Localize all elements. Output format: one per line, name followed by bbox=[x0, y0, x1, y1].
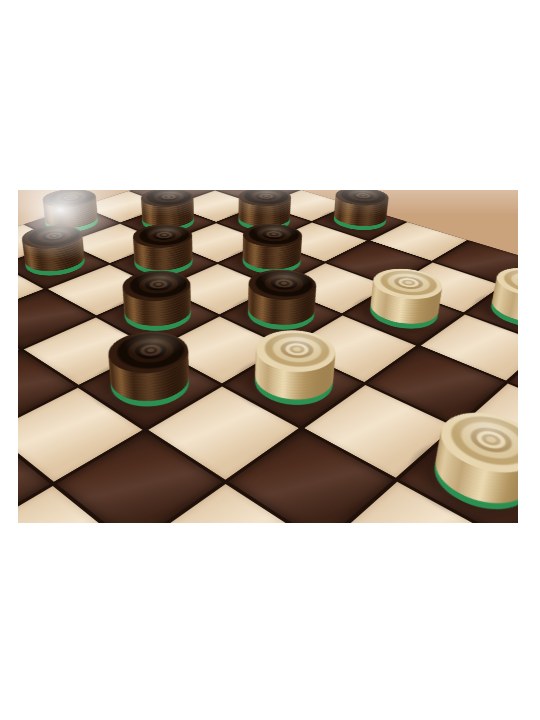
board-photo bbox=[18, 190, 518, 523]
checkers-board bbox=[18, 190, 518, 523]
page-background bbox=[0, 0, 540, 720]
